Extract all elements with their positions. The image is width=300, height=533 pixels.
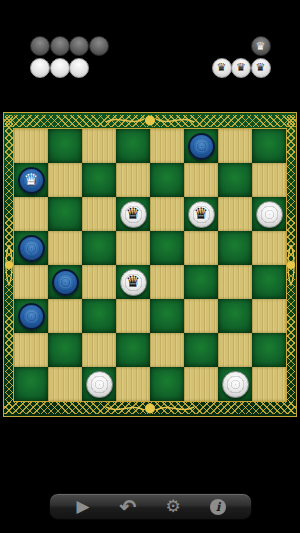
square-r6c0: [14, 333, 48, 367]
square-r4c0: [14, 265, 48, 299]
square-r3c3: [116, 231, 150, 265]
square-r7c6[interactable]: [218, 367, 252, 401]
tray-light-king: ♛: [251, 58, 271, 78]
square-r4c7[interactable]: [252, 265, 286, 299]
white-king-piece[interactable]: ♛: [120, 269, 147, 296]
square-r1c5: [184, 163, 218, 197]
white-man-piece[interactable]: [222, 371, 249, 398]
bottom-toolbar: ▶ ↶ ⚙ i: [49, 493, 252, 520]
gear-icon: ⚙: [165, 498, 180, 515]
square-r7c5: [184, 367, 218, 401]
square-r4c3[interactable]: ♛: [116, 265, 150, 299]
tray-dark-man: [30, 36, 50, 56]
white-king-piece[interactable]: ♛: [188, 201, 215, 228]
square-r0c3[interactable]: [116, 129, 150, 163]
square-r1c0[interactable]: ♛: [14, 163, 48, 197]
tray-light-man: [50, 58, 70, 78]
info-icon: i: [210, 499, 226, 515]
square-r2c3[interactable]: ♛: [116, 197, 150, 231]
frame-ornament-bottom-icon: [104, 401, 196, 416]
square-r3c0[interactable]: [14, 231, 48, 265]
blue-king-piece[interactable]: ♛: [18, 167, 45, 194]
square-r7c1: [48, 367, 82, 401]
square-r5c6[interactable]: [218, 299, 252, 333]
crown-icon: ♛: [236, 62, 246, 73]
play-button[interactable]: ▶: [71, 495, 95, 519]
undo-icon: ↶: [120, 497, 137, 517]
crown-icon: ♛: [256, 62, 266, 73]
crown-icon: ♛: [126, 206, 140, 222]
square-r4c1[interactable]: [48, 265, 82, 299]
square-r3c2[interactable]: [82, 231, 116, 265]
kings-tray-right: ♛ ♛♛♛: [212, 36, 271, 79]
square-r0c5[interactable]: [184, 129, 218, 163]
square-r5c1: [48, 299, 82, 333]
undo-button[interactable]: ↶: [116, 495, 140, 519]
square-r6c4: [150, 333, 184, 367]
white-man-piece[interactable]: [86, 371, 113, 398]
tray-light-man: [69, 58, 89, 78]
square-r1c2[interactable]: [82, 163, 116, 197]
crown-icon: ♛: [126, 274, 140, 290]
square-r7c0[interactable]: [14, 367, 48, 401]
white-man-piece[interactable]: [256, 201, 283, 228]
tray-light-king: ♛: [212, 58, 232, 78]
settings-button[interactable]: ⚙: [161, 495, 185, 519]
square-r2c6: [218, 197, 252, 231]
square-r2c0: [14, 197, 48, 231]
blue-man-piece[interactable]: [18, 303, 45, 330]
square-r4c4: [150, 265, 184, 299]
play-icon: ▶: [76, 498, 89, 515]
light-kings-row: ♛♛♛: [212, 58, 271, 78]
square-r5c7: [252, 299, 286, 333]
square-r5c3: [116, 299, 150, 333]
square-r0c1[interactable]: [48, 129, 82, 163]
white-king-piece[interactable]: ♛: [120, 201, 147, 228]
square-r3c7: [252, 231, 286, 265]
square-r7c4[interactable]: [150, 367, 184, 401]
app-screen: ♛ ♛♛♛ ♛♛♛♛ ▶: [0, 0, 300, 533]
crown-icon: ♛: [217, 62, 227, 73]
checkers-board-frame: ♛♛♛♛: [3, 112, 297, 417]
square-r7c3: [116, 367, 150, 401]
square-r3c6[interactable]: [218, 231, 252, 265]
crown-icon: ♛: [256, 41, 266, 52]
square-r0c4: [150, 129, 184, 163]
captured-light-men-row: [30, 58, 89, 78]
square-r3c4[interactable]: [150, 231, 184, 265]
captured-pieces-tray-left: [30, 36, 108, 79]
tray-dark-king: ♛: [251, 36, 271, 56]
square-r6c1[interactable]: [48, 333, 82, 367]
square-r7c7: [252, 367, 286, 401]
square-r2c4: [150, 197, 184, 231]
square-r1c6[interactable]: [218, 163, 252, 197]
square-r0c6: [218, 129, 252, 163]
square-r1c1: [48, 163, 82, 197]
square-r5c0[interactable]: [14, 299, 48, 333]
square-r4c2: [82, 265, 116, 299]
square-r1c4[interactable]: [150, 163, 184, 197]
tray-dark-man: [50, 36, 70, 56]
square-r6c3[interactable]: [116, 333, 150, 367]
square-r2c2: [82, 197, 116, 231]
square-r1c7: [252, 163, 286, 197]
square-r1c3: [116, 163, 150, 197]
square-r5c5: [184, 299, 218, 333]
dark-kings-row: ♛: [251, 36, 271, 56]
square-r2c1[interactable]: [48, 197, 82, 231]
square-r4c6: [218, 265, 252, 299]
crown-icon: ♛: [194, 206, 208, 222]
square-r2c5[interactable]: ♛: [184, 197, 218, 231]
square-r0c7[interactable]: [252, 129, 286, 163]
square-r6c7[interactable]: [252, 333, 286, 367]
blue-man-piece[interactable]: [52, 269, 79, 296]
square-r3c5: [184, 231, 218, 265]
tray-light-man: [30, 58, 50, 78]
frame-ornament-top-icon: [104, 113, 196, 128]
square-r2c7[interactable]: [252, 197, 286, 231]
square-r7c2[interactable]: [82, 367, 116, 401]
square-r6c2: [82, 333, 116, 367]
blue-man-piece[interactable]: [188, 133, 215, 160]
square-r6c6: [218, 333, 252, 367]
blue-man-piece[interactable]: [18, 235, 45, 262]
crown-icon: ♛: [24, 172, 38, 188]
board-grid: ♛♛♛♛: [13, 128, 287, 402]
info-button[interactable]: i: [206, 495, 230, 519]
captured-dark-men-row: [30, 36, 108, 56]
square-r5c4[interactable]: [150, 299, 184, 333]
frame-ornament-right-icon: [286, 243, 296, 287]
square-r3c1: [48, 231, 82, 265]
tray-light-king: ♛: [231, 58, 251, 78]
square-r0c2: [82, 129, 116, 163]
square-r0c0: [14, 129, 48, 163]
tray-dark-man: [69, 36, 89, 56]
tray-dark-man: [89, 36, 109, 56]
square-r4c5[interactable]: [184, 265, 218, 299]
square-r6c5[interactable]: [184, 333, 218, 367]
square-r5c2[interactable]: [82, 299, 116, 333]
